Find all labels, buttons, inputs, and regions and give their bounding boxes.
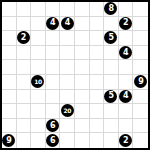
clue-circle: 5: [104, 31, 117, 44]
cell-r8c5[interactable]: [75, 119, 90, 134]
cell-r2c0[interactable]: [2, 31, 17, 46]
cell-r6c5[interactable]: [75, 90, 90, 105]
cell-r4c5[interactable]: [75, 60, 90, 75]
cell-r5c1[interactable]: [17, 75, 32, 90]
cell-r7c0[interactable]: [2, 104, 17, 119]
cell-r8c4[interactable]: [60, 119, 75, 134]
cell-r9c9[interactable]: [133, 133, 148, 148]
cell-r0c1[interactable]: [17, 2, 32, 17]
cell-r2c8[interactable]: [119, 31, 134, 46]
cell-r3c8: 4: [119, 46, 134, 61]
cell-r7c7[interactable]: [104, 104, 119, 119]
cell-r0c7: 8: [104, 2, 119, 17]
clue-circle: 2: [119, 17, 132, 30]
cell-r7c6[interactable]: [90, 104, 105, 119]
cell-r1c2[interactable]: [31, 17, 46, 32]
cell-r1c7[interactable]: [104, 17, 119, 32]
clue-circle: 9: [2, 134, 15, 147]
cell-r1c8: 2: [119, 17, 134, 32]
cell-r6c0[interactable]: [2, 90, 17, 105]
cell-r4c4[interactable]: [60, 60, 75, 75]
cell-r9c6[interactable]: [90, 133, 105, 148]
cell-r5c6[interactable]: [90, 75, 105, 90]
clue-circle: 2: [119, 134, 132, 147]
cell-r0c4[interactable]: [60, 2, 75, 17]
cell-r6c3[interactable]: [46, 90, 61, 105]
cell-r3c4[interactable]: [60, 46, 75, 61]
cell-r3c0[interactable]: [2, 46, 17, 61]
cell-r7c5[interactable]: [75, 104, 90, 119]
cell-r3c7[interactable]: [104, 46, 119, 61]
cell-r9c8: 2: [119, 133, 134, 148]
cell-r6c8: 4: [119, 90, 134, 105]
cell-r6c2[interactable]: [31, 90, 46, 105]
clue-circle: 4: [119, 46, 132, 59]
cell-r9c4[interactable]: [60, 133, 75, 148]
cell-r0c0[interactable]: [2, 2, 17, 17]
cell-r4c9[interactable]: [133, 60, 148, 75]
cell-r0c2[interactable]: [31, 2, 46, 17]
cell-r8c8[interactable]: [119, 119, 134, 134]
clue-circle: 8: [104, 2, 117, 15]
clue-circle: 10: [31, 75, 44, 88]
cell-r4c3[interactable]: [46, 60, 61, 75]
cell-r9c2[interactable]: [31, 133, 46, 148]
cell-r9c1[interactable]: [17, 133, 32, 148]
cell-r1c0[interactable]: [2, 17, 17, 32]
cell-r8c9[interactable]: [133, 119, 148, 134]
cell-r7c8[interactable]: [119, 104, 134, 119]
cell-r2c6[interactable]: [90, 31, 105, 46]
cell-r3c6[interactable]: [90, 46, 105, 61]
cell-r8c0[interactable]: [2, 119, 17, 134]
cell-r6c7: 5: [104, 90, 119, 105]
cell-r2c1: 2: [17, 31, 32, 46]
cell-r4c8[interactable]: [119, 60, 134, 75]
cell-r5c0[interactable]: [2, 75, 17, 90]
cell-r5c5[interactable]: [75, 75, 90, 90]
cell-r1c6[interactable]: [90, 17, 105, 32]
cell-r5c2: 10: [31, 75, 46, 90]
cell-r0c8[interactable]: [119, 2, 134, 17]
cell-r9c0: 9: [2, 133, 17, 148]
cell-r4c1[interactable]: [17, 60, 32, 75]
cell-r7c1[interactable]: [17, 104, 32, 119]
cell-r5c4[interactable]: [60, 75, 75, 90]
cell-r7c9[interactable]: [133, 104, 148, 119]
cell-r2c5[interactable]: [75, 31, 90, 46]
cell-r2c2[interactable]: [31, 31, 46, 46]
cell-r8c7[interactable]: [104, 119, 119, 134]
clue-circle: 4: [119, 90, 132, 103]
cell-r2c9[interactable]: [133, 31, 148, 46]
cell-r8c1[interactable]: [17, 119, 32, 134]
cell-r1c9[interactable]: [133, 17, 148, 32]
cell-r5c3[interactable]: [46, 75, 61, 90]
clue-circle: 4: [46, 17, 59, 30]
cell-r8c3: 6: [46, 119, 61, 134]
cell-r0c9[interactable]: [133, 2, 148, 17]
cell-r1c1[interactable]: [17, 17, 32, 32]
cell-r7c4: 20: [60, 104, 75, 119]
clue-circle: 6: [46, 134, 59, 147]
cell-r2c4[interactable]: [60, 31, 75, 46]
cell-r0c5[interactable]: [75, 2, 90, 17]
cell-r8c6[interactable]: [90, 119, 105, 134]
cell-r4c7[interactable]: [104, 60, 119, 75]
cell-r6c1[interactable]: [17, 90, 32, 105]
cell-r2c7: 5: [104, 31, 119, 46]
cell-r5c8[interactable]: [119, 75, 134, 90]
cell-r3c2[interactable]: [31, 46, 46, 61]
cell-r8c2[interactable]: [31, 119, 46, 134]
cell-r9c3: 6: [46, 133, 61, 148]
cell-r9c5[interactable]: [75, 133, 90, 148]
cell-r5c7[interactable]: [104, 75, 119, 90]
cell-r3c1[interactable]: [17, 46, 32, 61]
cell-r3c9[interactable]: [133, 46, 148, 61]
clue-circle: 6: [46, 119, 59, 132]
cell-r0c6[interactable]: [90, 2, 105, 17]
cell-r4c2[interactable]: [31, 60, 46, 75]
clue-circle: 9: [134, 75, 147, 88]
cell-r9c7[interactable]: [104, 133, 119, 148]
cell-r0c3[interactable]: [46, 2, 61, 17]
cell-r1c4: 4: [60, 17, 75, 32]
cell-r3c3[interactable]: [46, 46, 61, 61]
cell-r6c9[interactable]: [133, 90, 148, 105]
cell-r7c3[interactable]: [46, 104, 61, 119]
clue-circle: 4: [61, 17, 74, 30]
cell-r6c4[interactable]: [60, 90, 75, 105]
cell-r1c3: 4: [46, 17, 61, 32]
clue-circle: 2: [17, 31, 30, 44]
cell-r7c2[interactable]: [31, 104, 46, 119]
clue-circle: 20: [61, 104, 74, 117]
clue-circle: 5: [104, 90, 117, 103]
cell-r1c5[interactable]: [75, 17, 90, 32]
cell-r4c0[interactable]: [2, 60, 17, 75]
cell-r3c5[interactable]: [75, 46, 90, 61]
cell-r2c3[interactable]: [46, 31, 61, 46]
puzzle-board: 844225410954206962: [0, 0, 150, 150]
cell-r5c9: 9: [133, 75, 148, 90]
cell-r4c6[interactable]: [90, 60, 105, 75]
cell-r6c6[interactable]: [90, 90, 105, 105]
